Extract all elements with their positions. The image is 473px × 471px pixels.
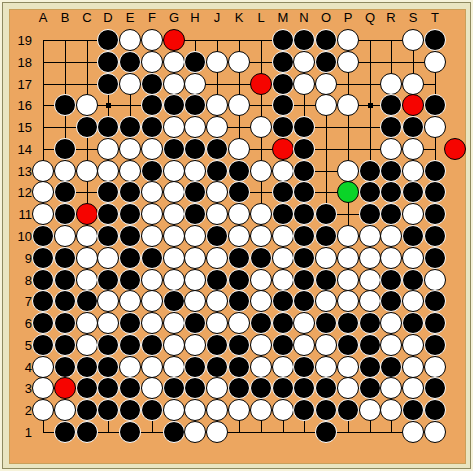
stone-white-M2[interactable] — [272, 399, 294, 421]
stone-black-K5[interactable] — [228, 334, 250, 356]
stone-white-L8[interactable] — [250, 269, 272, 291]
stone-white-H9[interactable] — [184, 247, 206, 269]
stone-black-D4[interactable] — [97, 356, 119, 378]
stone-white-C9[interactable] — [76, 247, 98, 269]
stone-black-N3[interactable] — [293, 377, 315, 399]
stone-black-E6[interactable] — [119, 312, 141, 334]
stone-black-E18[interactable] — [119, 51, 141, 73]
stone-white-A3[interactable] — [32, 377, 54, 399]
stone-white-C5[interactable] — [76, 334, 98, 356]
stone-white-N5[interactable] — [293, 334, 315, 356]
stone-black-N11[interactable] — [293, 203, 315, 225]
stone-black-Q12[interactable] — [359, 181, 381, 203]
stone-black-C4[interactable] — [76, 356, 98, 378]
stone-black-B8[interactable] — [54, 269, 76, 291]
stone-white-N18[interactable] — [293, 51, 315, 73]
stone-white-L15[interactable] — [250, 116, 272, 138]
stone-black-F15[interactable] — [141, 116, 163, 138]
stone-black-A5[interactable] — [32, 334, 54, 356]
stone-white-O17[interactable] — [315, 73, 337, 95]
stone-white-J18[interactable] — [206, 51, 228, 73]
stone-red-marker-S16[interactable] — [402, 94, 424, 116]
stone-black-O6[interactable] — [315, 312, 337, 334]
stone-black-L9[interactable] — [250, 247, 272, 269]
stone-white-J15[interactable] — [206, 116, 228, 138]
stone-black-H6[interactable] — [184, 312, 206, 334]
stone-black-O11[interactable] — [315, 203, 337, 225]
stone-white-F3[interactable] — [141, 377, 163, 399]
stone-white-L13[interactable] — [250, 160, 272, 182]
stone-white-J6[interactable] — [206, 312, 228, 334]
stone-black-T9[interactable] — [424, 247, 446, 269]
stone-green-marker-P12[interactable] — [337, 181, 359, 203]
stone-white-J7[interactable] — [206, 290, 228, 312]
stone-black-B6[interactable] — [54, 312, 76, 334]
stone-white-S9[interactable] — [402, 247, 424, 269]
stone-white-J12[interactable] — [206, 181, 228, 203]
stone-black-G1[interactable] — [163, 421, 185, 443]
stone-white-S1[interactable] — [402, 421, 424, 443]
stone-black-E9[interactable] — [119, 247, 141, 269]
stone-white-M9[interactable] — [272, 247, 294, 269]
stone-black-R11[interactable] — [380, 203, 402, 225]
stone-white-H7[interactable] — [184, 290, 206, 312]
stone-white-S5[interactable] — [402, 334, 424, 356]
stone-white-G18[interactable] — [163, 51, 185, 73]
stone-black-E5[interactable] — [119, 334, 141, 356]
stone-white-P7[interactable] — [337, 290, 359, 312]
stone-white-P16[interactable] — [337, 94, 359, 116]
edge-marker-red-row14[interactable] — [444, 138, 466, 160]
stone-white-F10[interactable] — [141, 225, 163, 247]
stone-black-B1[interactable] — [54, 421, 76, 443]
stone-white-K16[interactable] — [228, 94, 250, 116]
stone-white-F11[interactable] — [141, 203, 163, 225]
stone-white-L11[interactable] — [250, 203, 272, 225]
stone-white-C6[interactable] — [76, 312, 98, 334]
stone-white-C16[interactable] — [76, 94, 98, 116]
stone-black-L6[interactable] — [250, 312, 272, 334]
stone-black-Q5[interactable] — [359, 334, 381, 356]
stone-white-S17[interactable] — [402, 73, 424, 95]
stone-black-H18[interactable] — [184, 51, 206, 73]
stone-black-B16[interactable] — [54, 94, 76, 116]
stone-black-Q13[interactable] — [359, 160, 381, 182]
stone-black-G16[interactable] — [163, 94, 185, 116]
stone-white-G13[interactable] — [163, 160, 185, 182]
stone-black-R7[interactable] — [380, 290, 402, 312]
stone-white-M10[interactable] — [272, 225, 294, 247]
stone-black-O3[interactable] — [315, 377, 337, 399]
stone-white-C13[interactable] — [76, 160, 98, 182]
stone-white-R3[interactable] — [380, 377, 402, 399]
stone-white-J2[interactable] — [206, 399, 228, 421]
stone-black-T19[interactable] — [424, 29, 446, 51]
stone-black-F16[interactable] — [141, 94, 163, 116]
stone-white-H10[interactable] — [184, 225, 206, 247]
stone-white-Q9[interactable] — [359, 247, 381, 269]
stone-black-R12[interactable] — [380, 181, 402, 203]
stone-white-K2[interactable] — [228, 399, 250, 421]
stone-black-N14[interactable] — [293, 138, 315, 160]
stone-white-C8[interactable] — [76, 269, 98, 291]
stone-white-S13[interactable] — [402, 160, 424, 182]
stone-black-N13[interactable] — [293, 160, 315, 182]
stone-white-O7[interactable] — [315, 290, 337, 312]
stone-white-G8[interactable] — [163, 269, 185, 291]
stone-white-T8[interactable] — [424, 269, 446, 291]
stone-black-C3[interactable] — [76, 377, 98, 399]
stone-white-E17[interactable] — [119, 73, 141, 95]
stone-white-Q2[interactable] — [359, 399, 381, 421]
stone-black-H3[interactable] — [184, 377, 206, 399]
stone-black-M11[interactable] — [272, 203, 294, 225]
stone-white-F6[interactable] — [141, 312, 163, 334]
stone-white-K18[interactable] — [228, 51, 250, 73]
stone-white-G5[interactable] — [163, 334, 185, 356]
stone-red-marker-G19[interactable] — [163, 29, 185, 51]
stone-white-N17[interactable] — [293, 73, 315, 95]
stone-white-F12[interactable] — [141, 181, 163, 203]
stone-white-T18[interactable] — [424, 51, 446, 73]
stone-black-E10[interactable] — [119, 225, 141, 247]
stone-black-R4[interactable] — [380, 356, 402, 378]
stone-white-F14[interactable] — [141, 138, 163, 160]
stone-white-F18[interactable] — [141, 51, 163, 73]
stone-black-A6[interactable] — [32, 312, 54, 334]
stone-black-D3[interactable] — [97, 377, 119, 399]
stone-white-D7[interactable] — [97, 290, 119, 312]
stone-white-T15[interactable] — [424, 116, 446, 138]
stone-black-J8[interactable] — [206, 269, 228, 291]
stone-white-R6[interactable] — [380, 312, 402, 334]
stone-black-T6[interactable] — [424, 312, 446, 334]
stone-black-S8[interactable] — [402, 269, 424, 291]
stone-white-A12[interactable] — [32, 181, 54, 203]
stone-white-H8[interactable] — [184, 269, 206, 291]
stone-black-M19[interactable] — [272, 29, 294, 51]
stone-black-P2[interactable] — [337, 399, 359, 421]
stone-white-G12[interactable] — [163, 181, 185, 203]
stone-black-A10[interactable] — [32, 225, 54, 247]
stone-black-S2[interactable] — [402, 399, 424, 421]
stone-black-Q4[interactable] — [359, 356, 381, 378]
stone-black-F17[interactable] — [141, 73, 163, 95]
stone-black-T16[interactable] — [424, 94, 446, 116]
stone-black-F2[interactable] — [141, 399, 163, 421]
stone-black-B9[interactable] — [54, 247, 76, 269]
stone-black-D2[interactable] — [97, 399, 119, 421]
stone-black-T12[interactable] — [424, 181, 446, 203]
stone-white-P4[interactable] — [337, 356, 359, 378]
stone-white-T1[interactable] — [424, 421, 446, 443]
stone-white-O4[interactable] — [315, 356, 337, 378]
stone-white-F7[interactable] — [141, 290, 163, 312]
stone-black-E1[interactable] — [119, 421, 141, 443]
stone-black-C7[interactable] — [76, 290, 98, 312]
stone-white-J9[interactable] — [206, 247, 228, 269]
stone-white-P19[interactable] — [337, 29, 359, 51]
stone-white-H17[interactable] — [184, 73, 206, 95]
stone-white-Q10[interactable] — [359, 225, 381, 247]
stone-white-S4[interactable] — [402, 356, 424, 378]
stone-white-F19[interactable] — [141, 29, 163, 51]
stone-black-M7[interactable] — [272, 290, 294, 312]
stone-black-M15[interactable] — [272, 116, 294, 138]
stone-red-marker-L17[interactable] — [250, 73, 272, 95]
stone-white-D9[interactable] — [97, 247, 119, 269]
stone-white-L10[interactable] — [250, 225, 272, 247]
stone-white-L4[interactable] — [250, 356, 272, 378]
stone-black-G7[interactable] — [163, 290, 185, 312]
stone-white-D14[interactable] — [97, 138, 119, 160]
stone-black-Q3[interactable] — [359, 377, 381, 399]
stone-black-K9[interactable] — [228, 247, 250, 269]
stone-black-K8[interactable] — [228, 269, 250, 291]
stone-black-J5[interactable] — [206, 334, 228, 356]
stone-white-R9[interactable] — [380, 247, 402, 269]
stone-white-A11[interactable] — [32, 203, 54, 225]
stone-black-E3[interactable] — [119, 377, 141, 399]
stone-black-S12[interactable] — [402, 181, 424, 203]
stone-black-B7[interactable] — [54, 290, 76, 312]
stone-white-P9[interactable] — [337, 247, 359, 269]
stone-white-G11[interactable] — [163, 203, 185, 225]
stone-black-D5[interactable] — [97, 334, 119, 356]
stone-white-K14[interactable] — [228, 138, 250, 160]
stone-black-K12[interactable] — [228, 181, 250, 203]
stone-white-H1[interactable] — [184, 421, 206, 443]
stone-black-D18[interactable] — [97, 51, 119, 73]
stone-black-D10[interactable] — [97, 225, 119, 247]
stone-white-S14[interactable] — [402, 138, 424, 160]
stone-black-G3[interactable] — [163, 377, 185, 399]
stone-white-P3[interactable] — [337, 377, 359, 399]
stone-white-H2[interactable] — [184, 399, 206, 421]
stone-black-D15[interactable] — [97, 116, 119, 138]
stone-black-Q11[interactable] — [359, 203, 381, 225]
stone-white-A13[interactable] — [32, 160, 54, 182]
stone-black-K7[interactable] — [228, 290, 250, 312]
stone-white-J1[interactable] — [206, 421, 228, 443]
stone-white-P8[interactable] — [337, 269, 359, 291]
stone-black-T3[interactable] — [424, 377, 446, 399]
stone-white-G10[interactable] — [163, 225, 185, 247]
stone-black-E12[interactable] — [119, 181, 141, 203]
stone-black-C1[interactable] — [76, 421, 98, 443]
stone-black-J14[interactable] — [206, 138, 228, 160]
stone-black-O1[interactable] — [315, 421, 337, 443]
stone-black-S10[interactable] — [402, 225, 424, 247]
stone-white-P13[interactable] — [337, 160, 359, 182]
stone-black-E11[interactable] — [119, 203, 141, 225]
stone-white-G17[interactable] — [163, 73, 185, 95]
stone-white-H5[interactable] — [184, 334, 206, 356]
stone-black-D11[interactable] — [97, 203, 119, 225]
stone-white-D6[interactable] — [97, 312, 119, 334]
stone-white-S3[interactable] — [402, 377, 424, 399]
stone-white-E13[interactable] — [119, 160, 141, 182]
stone-black-T7[interactable] — [424, 290, 446, 312]
stone-white-M4[interactable] — [272, 356, 294, 378]
stone-black-L3[interactable] — [250, 377, 272, 399]
stone-white-L2[interactable] — [250, 399, 272, 421]
stone-black-M12[interactable] — [272, 181, 294, 203]
stone-black-P6[interactable] — [337, 312, 359, 334]
stone-white-S19[interactable] — [402, 29, 424, 51]
stone-black-N4[interactable] — [293, 356, 315, 378]
stone-white-G4[interactable] — [163, 356, 185, 378]
stone-black-K4[interactable] — [228, 356, 250, 378]
stone-black-K13[interactable] — [228, 160, 250, 182]
stone-black-M6[interactable] — [272, 312, 294, 334]
stone-white-M8[interactable] — [272, 269, 294, 291]
stone-black-E8[interactable] — [119, 269, 141, 291]
stone-white-T4[interactable] — [424, 356, 446, 378]
stone-black-R8[interactable] — [380, 269, 402, 291]
stone-black-M5[interactable] — [272, 334, 294, 356]
stone-white-F4[interactable] — [141, 356, 163, 378]
stone-red-marker-M14[interactable] — [272, 138, 294, 160]
stone-white-R5[interactable] — [380, 334, 402, 356]
stone-black-B12[interactable] — [54, 181, 76, 203]
stone-black-F13[interactable] — [141, 160, 163, 182]
stone-black-R13[interactable] — [380, 160, 402, 182]
stone-white-J3[interactable] — [206, 377, 228, 399]
stone-white-K6[interactable] — [228, 312, 250, 334]
stone-white-A4[interactable] — [32, 356, 54, 378]
stone-white-N6[interactable] — [293, 312, 315, 334]
stone-black-J4[interactable] — [206, 356, 228, 378]
stone-black-B11[interactable] — [54, 203, 76, 225]
stone-black-H12[interactable] — [184, 181, 206, 203]
stone-black-R15[interactable] — [380, 116, 402, 138]
stone-white-R2[interactable] — [380, 399, 402, 421]
stone-black-D12[interactable] — [97, 181, 119, 203]
stone-black-N19[interactable] — [293, 29, 315, 51]
stone-black-N15[interactable] — [293, 116, 315, 138]
stone-white-D13[interactable] — [97, 160, 119, 182]
stone-white-B10[interactable] — [54, 225, 76, 247]
stone-black-N12[interactable] — [293, 181, 315, 203]
stone-black-D19[interactable] — [97, 29, 119, 51]
stone-white-P18[interactable] — [337, 51, 359, 73]
stone-white-O5[interactable] — [315, 334, 337, 356]
stone-white-O16[interactable] — [315, 94, 337, 116]
stone-white-P10[interactable] — [337, 225, 359, 247]
stone-black-D17[interactable] — [97, 73, 119, 95]
stone-white-G6[interactable] — [163, 312, 185, 334]
stone-black-N8[interactable] — [293, 269, 315, 291]
stone-white-G15[interactable] — [163, 116, 185, 138]
stone-black-F5[interactable] — [141, 334, 163, 356]
stone-black-F9[interactable] — [141, 247, 163, 269]
stone-black-T5[interactable] — [424, 334, 446, 356]
stone-white-L5[interactable] — [250, 334, 272, 356]
stone-white-R10[interactable] — [380, 225, 402, 247]
stone-black-T13[interactable] — [424, 160, 446, 182]
stone-black-O2[interactable] — [315, 399, 337, 421]
stone-red-marker-B3[interactable] — [54, 377, 76, 399]
stone-black-N7[interactable] — [293, 290, 315, 312]
stone-black-Q6[interactable] — [359, 312, 381, 334]
stone-black-B14[interactable] — [54, 138, 76, 160]
stone-black-N2[interactable] — [293, 399, 315, 421]
stone-black-S15[interactable] — [402, 116, 424, 138]
stone-black-A9[interactable] — [32, 247, 54, 269]
stone-black-O10[interactable] — [315, 225, 337, 247]
stone-black-K3[interactable] — [228, 377, 250, 399]
stone-black-O19[interactable] — [315, 29, 337, 51]
stone-black-N9[interactable] — [293, 247, 315, 269]
stone-white-F8[interactable] — [141, 269, 163, 291]
stone-black-T11[interactable] — [424, 203, 446, 225]
stone-white-L7[interactable] — [250, 290, 272, 312]
stone-black-P5[interactable] — [337, 334, 359, 356]
stone-black-H4[interactable] — [184, 356, 206, 378]
stone-white-O9[interactable] — [315, 247, 337, 269]
stone-black-S6[interactable] — [402, 312, 424, 334]
stone-white-J11[interactable] — [206, 203, 228, 225]
stone-white-B2[interactable] — [54, 399, 76, 421]
stone-white-E4[interactable] — [119, 356, 141, 378]
stone-white-H13[interactable] — [184, 160, 206, 182]
stone-black-J10[interactable] — [206, 225, 228, 247]
stone-red-marker-C11[interactable] — [76, 203, 98, 225]
stone-black-E2[interactable] — [119, 399, 141, 421]
stone-white-G2[interactable] — [163, 399, 185, 421]
stone-white-R14[interactable] — [380, 138, 402, 160]
stone-black-B5[interactable] — [54, 334, 76, 356]
stone-white-M13[interactable] — [272, 160, 294, 182]
stone-black-D8[interactable] — [97, 269, 119, 291]
stone-white-E14[interactable] — [119, 138, 141, 160]
stone-white-B13[interactable] — [54, 160, 76, 182]
stone-white-Q8[interactable] — [359, 269, 381, 291]
stone-black-G14[interactable] — [163, 138, 185, 160]
stone-black-H11[interactable] — [184, 203, 206, 225]
stone-white-S7[interactable] — [402, 290, 424, 312]
stone-black-O18[interactable] — [315, 51, 337, 73]
stone-black-M16[interactable] — [272, 94, 294, 116]
stone-white-G9[interactable] — [163, 247, 185, 269]
stone-black-E15[interactable] — [119, 116, 141, 138]
stone-black-B4[interactable] — [54, 356, 76, 378]
stone-black-H16[interactable] — [184, 94, 206, 116]
stone-white-K10[interactable] — [228, 225, 250, 247]
stone-white-R17[interactable] — [380, 73, 402, 95]
stone-black-M3[interactable] — [272, 377, 294, 399]
stone-black-T2[interactable] — [424, 399, 446, 421]
stone-white-S11[interactable] — [402, 203, 424, 225]
stone-black-A8[interactable] — [32, 269, 54, 291]
stone-black-T10[interactable] — [424, 225, 446, 247]
go-board[interactable]: ABCDEFGHJKLMNOPQRST191817161514131211109… — [9, 9, 466, 464]
stone-white-E19[interactable] — [119, 29, 141, 51]
stone-black-H14[interactable] — [184, 138, 206, 160]
stone-white-Q7[interactable] — [359, 290, 381, 312]
stone-black-R16[interactable] — [380, 94, 402, 116]
stone-white-C10[interactable] — [76, 225, 98, 247]
stone-white-E7[interactable] — [119, 290, 141, 312]
stone-black-J13[interactable] — [206, 160, 228, 182]
stone-black-N10[interactable] — [293, 225, 315, 247]
stone-white-J16[interactable] — [206, 94, 228, 116]
stone-black-M17[interactable] — [272, 73, 294, 95]
stone-black-M18[interactable] — [272, 51, 294, 73]
stone-black-C2[interactable] — [76, 399, 98, 421]
stone-black-O8[interactable] — [315, 269, 337, 291]
